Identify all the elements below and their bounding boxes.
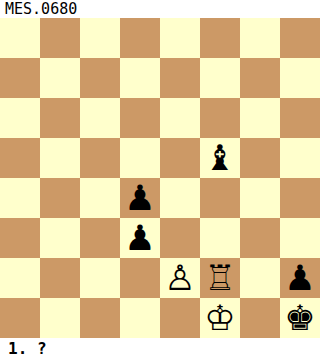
black-bishop: ♝ [204, 138, 235, 178]
square-f8[interactable] [200, 18, 240, 58]
square-h6[interactable] [280, 98, 320, 138]
square-c2[interactable] [80, 258, 120, 298]
square-c1[interactable] [80, 298, 120, 338]
square-c3[interactable] [80, 218, 120, 258]
square-f5[interactable]: ♝ [200, 138, 240, 178]
square-a4[interactable] [0, 178, 40, 218]
white-king: ♔ [204, 298, 235, 338]
square-d2[interactable] [120, 258, 160, 298]
square-c7[interactable] [80, 58, 120, 98]
square-e3[interactable] [160, 218, 200, 258]
square-f4[interactable] [200, 178, 240, 218]
square-h2[interactable]: ♟ [280, 258, 320, 298]
square-f6[interactable] [200, 98, 240, 138]
square-d4[interactable]: ♟ [120, 178, 160, 218]
chess-board: ♝♟♟♙♖♟♔♚ [0, 18, 320, 338]
square-c6[interactable] [80, 98, 120, 138]
square-h7[interactable] [280, 58, 320, 98]
square-e8[interactable] [160, 18, 200, 58]
square-b5[interactable] [40, 138, 80, 178]
square-g2[interactable] [240, 258, 280, 298]
square-a6[interactable] [0, 98, 40, 138]
square-a8[interactable] [0, 18, 40, 58]
square-d8[interactable] [120, 18, 160, 58]
square-d7[interactable] [120, 58, 160, 98]
black-pawn: ♟ [124, 218, 155, 258]
square-h1[interactable]: ♚ [280, 298, 320, 338]
square-f3[interactable] [200, 218, 240, 258]
square-g7[interactable] [240, 58, 280, 98]
square-a7[interactable] [0, 58, 40, 98]
square-b6[interactable] [40, 98, 80, 138]
square-b1[interactable] [40, 298, 80, 338]
square-a3[interactable] [0, 218, 40, 258]
square-c8[interactable] [80, 18, 120, 58]
square-b8[interactable] [40, 18, 80, 58]
square-a2[interactable] [0, 258, 40, 298]
square-h4[interactable] [280, 178, 320, 218]
square-d1[interactable] [120, 298, 160, 338]
square-g4[interactable] [240, 178, 280, 218]
square-c5[interactable] [80, 138, 120, 178]
move-prompt: 1. ? [0, 338, 320, 360]
square-b4[interactable] [40, 178, 80, 218]
square-f1[interactable]: ♔ [200, 298, 240, 338]
square-a1[interactable] [0, 298, 40, 338]
square-g3[interactable] [240, 218, 280, 258]
square-g8[interactable] [240, 18, 280, 58]
square-e7[interactable] [160, 58, 200, 98]
square-g5[interactable] [240, 138, 280, 178]
white-pawn: ♙ [164, 258, 195, 298]
square-c4[interactable] [80, 178, 120, 218]
square-f2[interactable]: ♖ [200, 258, 240, 298]
square-e2[interactable]: ♙ [160, 258, 200, 298]
square-g6[interactable] [240, 98, 280, 138]
black-pawn: ♟ [124, 178, 155, 218]
puzzle-id: MES.0680 [0, 0, 320, 18]
white-rook: ♖ [204, 258, 235, 298]
square-h8[interactable] [280, 18, 320, 58]
square-b3[interactable] [40, 218, 80, 258]
square-e4[interactable] [160, 178, 200, 218]
square-b2[interactable] [40, 258, 80, 298]
black-king: ♚ [284, 298, 315, 338]
square-d3[interactable]: ♟ [120, 218, 160, 258]
square-b7[interactable] [40, 58, 80, 98]
square-a5[interactable] [0, 138, 40, 178]
square-e6[interactable] [160, 98, 200, 138]
square-e1[interactable] [160, 298, 200, 338]
square-g1[interactable] [240, 298, 280, 338]
square-d5[interactable] [120, 138, 160, 178]
square-f7[interactable] [200, 58, 240, 98]
square-d6[interactable] [120, 98, 160, 138]
chess-puzzle-page: MES.0680 ♝♟♟♙♖♟♔♚ 1. ? [0, 0, 320, 360]
square-e5[interactable] [160, 138, 200, 178]
square-h3[interactable] [280, 218, 320, 258]
square-h5[interactable] [280, 138, 320, 178]
black-pawn: ♟ [284, 258, 315, 298]
